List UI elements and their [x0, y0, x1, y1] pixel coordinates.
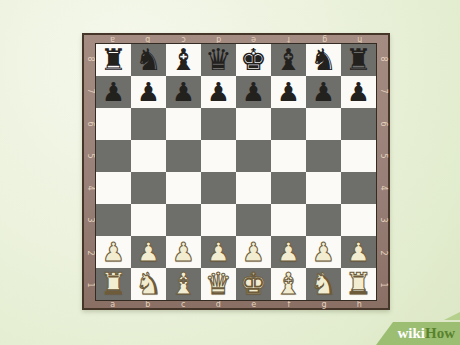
square-a7[interactable]: ♟ — [96, 76, 131, 108]
square-d2[interactable]: ♟ — [201, 236, 236, 268]
square-e4[interactable] — [236, 172, 271, 204]
square-d8[interactable]: ♛ — [201, 44, 236, 76]
square-c2[interactable]: ♟ — [166, 236, 201, 268]
piece-white-pawn[interactable]: ♟ — [347, 239, 370, 265]
square-g5[interactable] — [306, 140, 341, 172]
square-a5[interactable] — [96, 140, 131, 172]
piece-white-king[interactable]: ♚ — [240, 269, 267, 299]
file-label-bottom-g: g — [307, 301, 342, 309]
square-h8[interactable]: ♜ — [341, 44, 376, 76]
square-d5[interactable] — [201, 140, 236, 172]
square-e2[interactable]: ♟ — [236, 236, 271, 268]
square-a8[interactable]: ♜ — [96, 44, 131, 76]
piece-white-pawn[interactable]: ♟ — [102, 239, 125, 265]
square-h3[interactable] — [341, 204, 376, 236]
square-f1[interactable]: ♝ — [271, 268, 306, 300]
square-c6[interactable] — [166, 108, 201, 140]
square-c4[interactable] — [166, 172, 201, 204]
watermark-ribbon-fold — [444, 312, 460, 320]
file-label-bottom-d: d — [201, 301, 236, 309]
piece-black-bishop[interactable]: ♝ — [170, 45, 197, 75]
square-g3[interactable] — [306, 204, 341, 236]
square-c3[interactable] — [166, 204, 201, 236]
piece-white-rook[interactable]: ♜ — [100, 269, 127, 299]
square-c5[interactable] — [166, 140, 201, 172]
square-h6[interactable] — [341, 108, 376, 140]
square-b4[interactable] — [131, 172, 166, 204]
chess-board: ♜♞♝♛♚♝♞♜♟♟♟♟♟♟♟♟♟♟♟♟♟♟♟♟♜♞♝♛♚♝♞♜ — [95, 43, 377, 301]
piece-black-king[interactable]: ♚ — [240, 45, 267, 75]
wikihow-wordmark-wiki: wiki — [397, 325, 425, 342]
piece-black-pawn[interactable]: ♟ — [277, 79, 300, 105]
piece-white-pawn[interactable]: ♟ — [242, 239, 265, 265]
square-f5[interactable] — [271, 140, 306, 172]
square-f8[interactable]: ♝ — [271, 44, 306, 76]
piece-white-knight[interactable]: ♞ — [310, 269, 337, 299]
file-label-bottom-f: f — [271, 301, 306, 309]
square-f4[interactable] — [271, 172, 306, 204]
piece-black-bishop[interactable]: ♝ — [275, 45, 302, 75]
piece-black-pawn[interactable]: ♟ — [242, 79, 265, 105]
square-d4[interactable] — [201, 172, 236, 204]
square-d7[interactable]: ♟ — [201, 76, 236, 108]
rank-labels-left: 87654321 — [84, 43, 95, 301]
file-label-bottom-c: c — [166, 301, 201, 309]
square-h2[interactable]: ♟ — [341, 236, 376, 268]
square-e1[interactable]: ♚ — [236, 268, 271, 300]
square-g6[interactable] — [306, 108, 341, 140]
square-b6[interactable] — [131, 108, 166, 140]
piece-black-pawn[interactable]: ♟ — [102, 79, 125, 105]
piece-white-bishop[interactable]: ♝ — [170, 269, 197, 299]
square-g8[interactable]: ♞ — [306, 44, 341, 76]
piece-white-knight[interactable]: ♞ — [135, 269, 162, 299]
piece-black-knight[interactable]: ♞ — [310, 45, 337, 75]
square-a1[interactable]: ♜ — [96, 268, 131, 300]
square-c1[interactable]: ♝ — [166, 268, 201, 300]
file-label-bottom-a: a — [95, 301, 130, 309]
square-g7[interactable]: ♟ — [306, 76, 341, 108]
piece-black-rook[interactable]: ♜ — [100, 45, 127, 75]
square-c8[interactable]: ♝ — [166, 44, 201, 76]
file-label-bottom-b: b — [130, 301, 165, 309]
square-b5[interactable] — [131, 140, 166, 172]
piece-white-rook[interactable]: ♜ — [345, 269, 372, 299]
square-b7[interactable]: ♟ — [131, 76, 166, 108]
square-b3[interactable] — [131, 204, 166, 236]
square-c7[interactable]: ♟ — [166, 76, 201, 108]
square-g1[interactable]: ♞ — [306, 268, 341, 300]
square-e3[interactable] — [236, 204, 271, 236]
piece-white-bishop[interactable]: ♝ — [275, 269, 302, 299]
square-b1[interactable]: ♞ — [131, 268, 166, 300]
piece-white-pawn[interactable]: ♟ — [277, 239, 300, 265]
piece-black-pawn[interactable]: ♟ — [137, 79, 160, 105]
piece-black-pawn[interactable]: ♟ — [172, 79, 195, 105]
file-label-bottom-h: h — [342, 301, 377, 309]
square-f6[interactable] — [271, 108, 306, 140]
square-a2[interactable]: ♟ — [96, 236, 131, 268]
square-g2[interactable]: ♟ — [306, 236, 341, 268]
piece-white-pawn[interactable]: ♟ — [312, 239, 335, 265]
piece-white-pawn[interactable]: ♟ — [172, 239, 195, 265]
rank-labels-right: 87654321 — [377, 43, 388, 301]
piece-white-pawn[interactable]: ♟ — [137, 239, 160, 265]
square-b2[interactable]: ♟ — [131, 236, 166, 268]
file-label-bottom-e: e — [236, 301, 271, 309]
piece-black-queen[interactable]: ♛ — [205, 45, 232, 75]
square-b8[interactable]: ♞ — [131, 44, 166, 76]
piece-black-knight[interactable]: ♞ — [135, 45, 162, 75]
square-e6[interactable] — [236, 108, 271, 140]
square-h4[interactable] — [341, 172, 376, 204]
square-d3[interactable] — [201, 204, 236, 236]
piece-white-queen[interactable]: ♛ — [205, 269, 232, 299]
piece-black-pawn[interactable]: ♟ — [207, 79, 230, 105]
square-f3[interactable] — [271, 204, 306, 236]
square-d1[interactable]: ♛ — [201, 268, 236, 300]
square-a4[interactable] — [96, 172, 131, 204]
piece-black-pawn[interactable]: ♟ — [347, 79, 370, 105]
wikihow-watermark-link[interactable]: wikiHow — [376, 322, 460, 345]
square-h1[interactable]: ♜ — [341, 268, 376, 300]
square-e5[interactable] — [236, 140, 271, 172]
chess-board-frame: abcdefgh abcdefgh 87654321 87654321 ♜♞♝♛… — [82, 33, 390, 310]
wikihow-illustration: abcdefgh abcdefgh 87654321 87654321 ♜♞♝♛… — [0, 0, 460, 345]
square-h5[interactable] — [341, 140, 376, 172]
square-a3[interactable] — [96, 204, 131, 236]
square-h7[interactable]: ♟ — [341, 76, 376, 108]
piece-black-rook[interactable]: ♜ — [345, 45, 372, 75]
square-g4[interactable] — [306, 172, 341, 204]
piece-white-pawn[interactable]: ♟ — [207, 239, 230, 265]
square-e8[interactable]: ♚ — [236, 44, 271, 76]
square-f7[interactable]: ♟ — [271, 76, 306, 108]
square-e7[interactable]: ♟ — [236, 76, 271, 108]
piece-black-pawn[interactable]: ♟ — [312, 79, 335, 105]
wikihow-wordmark-how: How — [425, 325, 455, 342]
square-a6[interactable] — [96, 108, 131, 140]
file-labels-bottom: abcdefgh — [95, 301, 377, 308]
square-f2[interactable]: ♟ — [271, 236, 306, 268]
square-d6[interactable] — [201, 108, 236, 140]
